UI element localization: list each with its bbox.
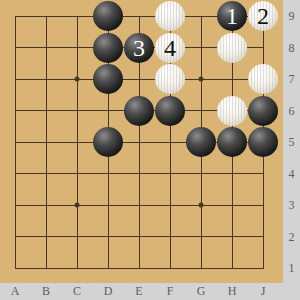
grid-line-horizontal <box>15 236 264 237</box>
col-label-b: B <box>42 283 50 298</box>
row-label-2: 2 <box>289 229 295 244</box>
row-label-8: 8 <box>289 40 295 55</box>
stone-white-j9-move-2: 2 <box>248 1 278 31</box>
star-point-g3 <box>199 203 204 208</box>
stone-black-d7 <box>93 64 123 94</box>
stone-black-j6 <box>248 96 278 126</box>
row-label-9: 9 <box>289 9 295 24</box>
star-point-g7 <box>199 77 204 82</box>
stone-black-j5 <box>248 127 278 157</box>
stone-black-d5 <box>93 127 123 157</box>
stone-black-d8 <box>93 33 123 63</box>
col-label-a: A <box>11 283 20 298</box>
col-label-g: G <box>197 283 206 298</box>
go-diagram: 1234 987654321 ABCDEFGHJ <box>0 0 300 300</box>
stone-white-f7 <box>155 64 185 94</box>
col-label-c: C <box>73 283 81 298</box>
stone-black-e8-move-3: 3 <box>124 33 154 63</box>
row-label-7: 7 <box>289 72 295 87</box>
star-point-c3 <box>75 203 80 208</box>
go-board[interactable]: 1234 <box>0 0 283 283</box>
stone-black-d9 <box>93 1 123 31</box>
stone-black-f6 <box>155 96 185 126</box>
col-label-f: F <box>167 283 174 298</box>
row-label-5: 5 <box>289 135 295 150</box>
row-label-6: 6 <box>289 103 295 118</box>
col-label-h: H <box>228 283 237 298</box>
col-label-d: D <box>104 283 113 298</box>
col-label-j: J <box>261 283 266 298</box>
row-label-3: 3 <box>289 198 295 213</box>
stone-black-e6 <box>124 96 154 126</box>
star-point-c7 <box>75 77 80 82</box>
grid-line-horizontal <box>15 173 264 174</box>
stone-white-f8-move-4: 4 <box>155 33 185 63</box>
col-label-e: E <box>135 283 142 298</box>
stone-black-h9-move-1: 1 <box>217 1 247 31</box>
stone-white-h8 <box>217 33 247 63</box>
stone-white-f9 <box>155 1 185 31</box>
stone-black-g5 <box>186 127 216 157</box>
grid-line-horizontal <box>15 205 264 206</box>
grid-line-horizontal <box>15 268 264 269</box>
row-label-4: 4 <box>289 166 295 181</box>
stone-black-h5 <box>217 127 247 157</box>
stone-white-h6 <box>217 96 247 126</box>
row-label-1: 1 <box>289 261 295 276</box>
stone-white-j7 <box>248 64 278 94</box>
